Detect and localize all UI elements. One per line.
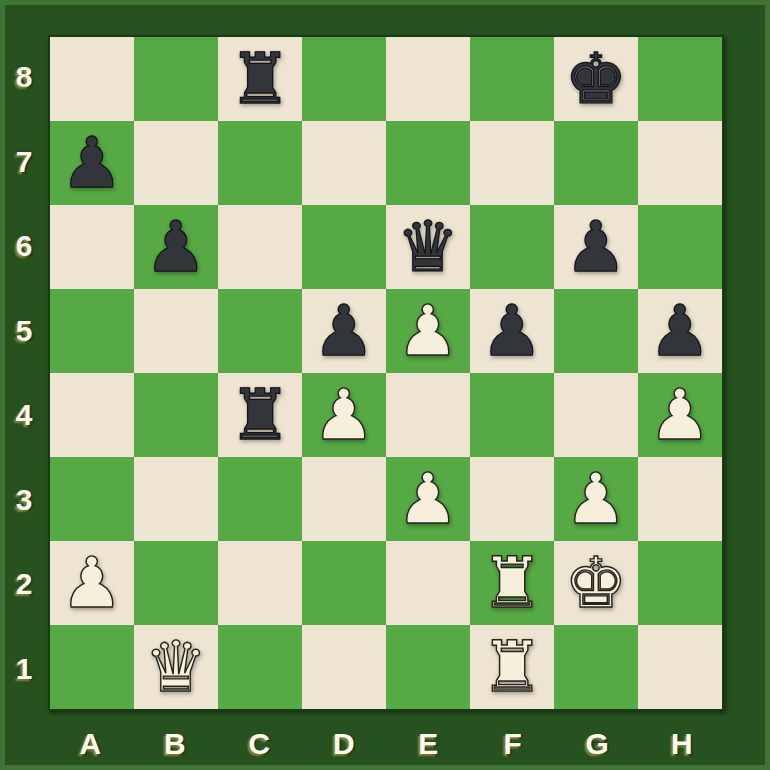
- rank-label-3: 3: [0, 458, 48, 543]
- square-g5[interactable]: [554, 289, 638, 373]
- square-f3[interactable]: [470, 457, 554, 541]
- board[interactable]: ♜♚♟♟♛♟♟♟♟♟♜♟♟♟♟♟♜♚♛♜: [48, 35, 724, 711]
- square-a7[interactable]: ♟: [50, 121, 134, 205]
- square-f2[interactable]: ♜: [470, 541, 554, 625]
- square-e4[interactable]: [386, 373, 470, 457]
- square-b3[interactable]: [134, 457, 218, 541]
- square-d2[interactable]: [302, 541, 386, 625]
- square-f6[interactable]: [470, 205, 554, 289]
- black-pawn-f5[interactable]: ♟: [481, 289, 544, 373]
- black-pawn-g6[interactable]: ♟: [565, 205, 628, 289]
- square-a4[interactable]: [50, 373, 134, 457]
- square-a6[interactable]: [50, 205, 134, 289]
- square-g3[interactable]: ♟: [554, 457, 638, 541]
- square-g2[interactable]: ♚: [554, 541, 638, 625]
- square-e8[interactable]: [386, 37, 470, 121]
- square-c2[interactable]: [218, 541, 302, 625]
- square-e6[interactable]: ♛: [386, 205, 470, 289]
- square-b5[interactable]: [134, 289, 218, 373]
- square-d1[interactable]: [302, 625, 386, 709]
- file-label-h: H: [640, 723, 725, 765]
- square-c6[interactable]: [218, 205, 302, 289]
- rank-label-2: 2: [0, 542, 48, 627]
- square-h1[interactable]: [638, 625, 722, 709]
- white-rook-f1[interactable]: ♜: [481, 625, 544, 709]
- square-e3[interactable]: ♟: [386, 457, 470, 541]
- square-a1[interactable]: [50, 625, 134, 709]
- white-pawn-e5[interactable]: ♟: [397, 289, 460, 373]
- square-d4[interactable]: ♟: [302, 373, 386, 457]
- square-c5[interactable]: [218, 289, 302, 373]
- square-a3[interactable]: [50, 457, 134, 541]
- square-f4[interactable]: [470, 373, 554, 457]
- black-rook-c8[interactable]: ♜: [229, 37, 292, 121]
- square-b1[interactable]: ♛: [134, 625, 218, 709]
- white-pawn-d4[interactable]: ♟: [313, 373, 376, 457]
- white-pawn-e3[interactable]: ♟: [397, 457, 460, 541]
- square-h3[interactable]: [638, 457, 722, 541]
- square-a8[interactable]: [50, 37, 134, 121]
- square-h6[interactable]: [638, 205, 722, 289]
- file-label-f: F: [471, 723, 556, 765]
- square-e1[interactable]: [386, 625, 470, 709]
- white-pawn-a2[interactable]: ♟: [61, 541, 124, 625]
- square-g1[interactable]: [554, 625, 638, 709]
- square-b7[interactable]: [134, 121, 218, 205]
- white-queen-b1[interactable]: ♛: [145, 625, 208, 709]
- square-g8[interactable]: ♚: [554, 37, 638, 121]
- square-g7[interactable]: [554, 121, 638, 205]
- file-label-a: A: [48, 723, 133, 765]
- square-b6[interactable]: ♟: [134, 205, 218, 289]
- black-king-g8[interactable]: ♚: [565, 37, 628, 121]
- square-g6[interactable]: ♟: [554, 205, 638, 289]
- square-d6[interactable]: [302, 205, 386, 289]
- square-c1[interactable]: [218, 625, 302, 709]
- square-d8[interactable]: [302, 37, 386, 121]
- square-b4[interactable]: [134, 373, 218, 457]
- file-label-b: B: [133, 723, 218, 765]
- black-pawn-d5[interactable]: ♟: [313, 289, 376, 373]
- rank-label-6: 6: [0, 204, 48, 289]
- square-h5[interactable]: ♟: [638, 289, 722, 373]
- file-label-g: G: [555, 723, 640, 765]
- file-label-c: C: [217, 723, 302, 765]
- white-pawn-g3[interactable]: ♟: [565, 457, 628, 541]
- square-c8[interactable]: ♜: [218, 37, 302, 121]
- square-e5[interactable]: ♟: [386, 289, 470, 373]
- square-f1[interactable]: ♜: [470, 625, 554, 709]
- file-labels: ABCDEFGH: [48, 723, 724, 765]
- square-f8[interactable]: [470, 37, 554, 121]
- square-f7[interactable]: [470, 121, 554, 205]
- rank-label-5: 5: [0, 289, 48, 374]
- black-queen-e6[interactable]: ♛: [397, 205, 460, 289]
- black-pawn-h5[interactable]: ♟: [649, 289, 712, 373]
- square-d7[interactable]: [302, 121, 386, 205]
- square-a2[interactable]: ♟: [50, 541, 134, 625]
- rank-label-7: 7: [0, 120, 48, 205]
- square-d3[interactable]: [302, 457, 386, 541]
- file-label-d: D: [302, 723, 387, 765]
- square-e2[interactable]: [386, 541, 470, 625]
- rank-label-4: 4: [0, 373, 48, 458]
- square-b2[interactable]: [134, 541, 218, 625]
- square-d5[interactable]: ♟: [302, 289, 386, 373]
- rank-label-8: 8: [0, 35, 48, 120]
- square-f5[interactable]: ♟: [470, 289, 554, 373]
- file-label-e: E: [386, 723, 471, 765]
- square-b8[interactable]: [134, 37, 218, 121]
- chess-app-window: { "game": "chess", "position": { "fen": …: [0, 0, 770, 770]
- square-e7[interactable]: [386, 121, 470, 205]
- white-king-g2[interactable]: ♚: [565, 541, 628, 625]
- square-h8[interactable]: [638, 37, 722, 121]
- rank-labels: 87654321: [0, 35, 48, 711]
- black-pawn-a7[interactable]: ♟: [61, 121, 124, 205]
- square-h7[interactable]: [638, 121, 722, 205]
- square-a5[interactable]: [50, 289, 134, 373]
- black-pawn-b6[interactable]: ♟: [145, 205, 208, 289]
- square-c3[interactable]: [218, 457, 302, 541]
- square-c7[interactable]: [218, 121, 302, 205]
- square-c4[interactable]: ♜: [218, 373, 302, 457]
- black-rook-c4[interactable]: ♜: [229, 373, 292, 457]
- rank-label-1: 1: [0, 627, 48, 712]
- square-h4[interactable]: ♟: [638, 373, 722, 457]
- square-g4[interactable]: [554, 373, 638, 457]
- white-pawn-h4[interactable]: ♟: [649, 373, 712, 457]
- white-rook-f2[interactable]: ♜: [481, 541, 544, 625]
- square-h2[interactable]: [638, 541, 722, 625]
